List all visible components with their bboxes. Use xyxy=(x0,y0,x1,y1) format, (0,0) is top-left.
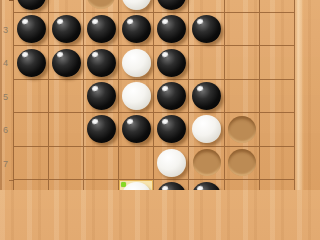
cell-r2c4[interactable] xyxy=(119,0,154,13)
black-disc xyxy=(157,49,186,77)
black-disc xyxy=(157,0,186,10)
black-disc xyxy=(122,115,151,143)
cell-r7c4[interactable] xyxy=(119,147,154,180)
row-label-7: 7 xyxy=(3,159,8,168)
row-label-3: 3 xyxy=(3,26,8,35)
cell-r3c5[interactable] xyxy=(154,13,189,46)
cell-r4c3[interactable] xyxy=(84,46,119,79)
row-label-6: 6 xyxy=(3,126,8,135)
cell-r3c2[interactable] xyxy=(49,13,84,46)
row-coordinate-strip: 3 4 5 6 7 xyxy=(0,0,13,190)
cell-r2c5[interactable] xyxy=(154,0,189,13)
legal-move-hint xyxy=(228,149,256,176)
black-disc xyxy=(157,15,186,43)
legal-move-hint xyxy=(193,149,221,176)
cell-r4c8[interactable] xyxy=(260,46,295,79)
othello-board-screen: { "game": "Othello / Reversi (8x8, wood-… xyxy=(0,0,304,190)
cell-r8c4[interactable] xyxy=(119,180,154,190)
cell-r5c6[interactable] xyxy=(189,80,224,113)
cell-r7c7[interactable] xyxy=(225,147,260,180)
cell-r6c6[interactable] xyxy=(189,113,224,146)
black-disc xyxy=(17,49,46,77)
black-disc xyxy=(122,15,151,43)
cell-r2c6[interactable] xyxy=(189,0,224,13)
cell-r2c1[interactable] xyxy=(14,0,49,13)
cell-r4c1[interactable] xyxy=(14,46,49,79)
cell-r4c7[interactable] xyxy=(225,46,260,79)
white-disc xyxy=(122,182,151,190)
cell-r3c4[interactable] xyxy=(119,13,154,46)
black-disc xyxy=(157,182,186,190)
black-disc xyxy=(87,15,116,43)
cell-r6c2[interactable] xyxy=(49,113,84,146)
cell-r5c8[interactable] xyxy=(260,80,295,113)
black-disc xyxy=(87,82,116,110)
cell-r8c1[interactable] xyxy=(14,180,49,190)
white-disc xyxy=(192,115,221,143)
cell-r7c5[interactable] xyxy=(154,147,189,180)
cell-r4c2[interactable] xyxy=(49,46,84,79)
cell-r6c7[interactable] xyxy=(225,113,260,146)
legal-move-hint xyxy=(228,116,256,143)
white-disc xyxy=(157,149,186,177)
row-label-5: 5 xyxy=(3,92,8,101)
black-disc xyxy=(52,15,81,43)
black-disc xyxy=(192,82,221,110)
cell-r5c3[interactable] xyxy=(84,80,119,113)
cell-r3c8[interactable] xyxy=(260,13,295,46)
black-disc xyxy=(17,0,46,10)
cell-r8c5[interactable] xyxy=(154,180,189,190)
cell-r6c3[interactable] xyxy=(84,113,119,146)
board-right-margin xyxy=(294,0,304,190)
cell-r6c8[interactable] xyxy=(260,113,295,146)
cell-r5c5[interactable] xyxy=(154,80,189,113)
cell-r8c2[interactable] xyxy=(49,180,84,190)
cell-r6c1[interactable] xyxy=(14,113,49,146)
cell-r8c6[interactable] xyxy=(189,180,224,190)
black-disc xyxy=(192,182,221,190)
black-disc xyxy=(87,115,116,143)
black-disc xyxy=(192,15,221,43)
cell-r3c6[interactable] xyxy=(189,13,224,46)
cell-r5c1[interactable] xyxy=(14,80,49,113)
cell-r8c3[interactable] xyxy=(84,180,119,190)
white-disc xyxy=(122,49,151,77)
cell-r7c3[interactable] xyxy=(84,147,119,180)
cell-r4c5[interactable] xyxy=(154,46,189,79)
legal-move-hint xyxy=(87,0,115,9)
cell-r8c7[interactable] xyxy=(225,180,260,190)
board-grid xyxy=(13,0,295,190)
cell-r6c4[interactable] xyxy=(119,113,154,146)
cell-r2c2[interactable] xyxy=(49,0,84,13)
cell-r2c3[interactable] xyxy=(84,0,119,13)
cell-r7c6[interactable] xyxy=(189,147,224,180)
cell-r8c8[interactable] xyxy=(260,180,295,190)
black-disc xyxy=(87,49,116,77)
cell-r4c4[interactable] xyxy=(119,46,154,79)
cell-r7c2[interactable] xyxy=(49,147,84,180)
cell-r4c6[interactable] xyxy=(189,46,224,79)
row-label-4: 4 xyxy=(3,59,8,68)
white-disc xyxy=(122,82,151,110)
white-disc xyxy=(122,0,151,10)
cell-r5c7[interactable] xyxy=(225,80,260,113)
black-disc xyxy=(157,115,186,143)
black-disc xyxy=(157,82,186,110)
cell-r3c3[interactable] xyxy=(84,13,119,46)
cell-r7c8[interactable] xyxy=(260,147,295,180)
cell-r7c1[interactable] xyxy=(14,147,49,180)
black-disc xyxy=(17,15,46,43)
cell-r5c4[interactable] xyxy=(119,80,154,113)
cell-r2c7[interactable] xyxy=(225,0,260,13)
cell-r2c8[interactable] xyxy=(260,0,295,13)
black-disc xyxy=(52,49,81,77)
cell-r3c1[interactable] xyxy=(14,13,49,46)
cell-r5c2[interactable] xyxy=(49,80,84,113)
cell-r3c7[interactable] xyxy=(225,13,260,46)
cell-r6c5[interactable] xyxy=(154,113,189,146)
